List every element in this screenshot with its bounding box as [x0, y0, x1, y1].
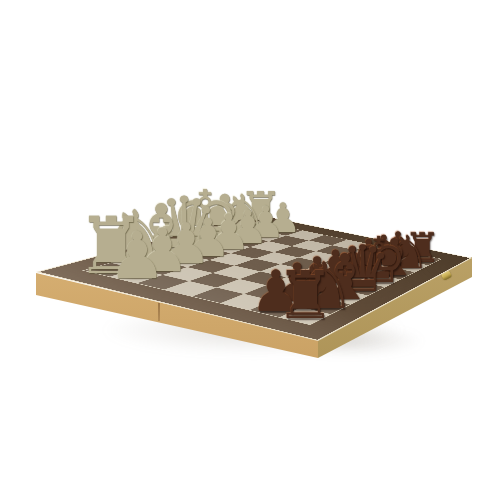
piece-shadow	[251, 223, 272, 228]
piece-shadow	[189, 237, 221, 245]
piece-shadow	[399, 263, 418, 268]
piece-white-pawn-g2: ♟	[247, 202, 286, 245]
piece-shadow	[212, 232, 238, 239]
piece-black-pawn-g7: ♟	[367, 231, 401, 268]
piece-shadow	[349, 284, 376, 291]
piece-shadow	[344, 271, 362, 276]
piece-shadow	[168, 243, 200, 252]
piece-white-knight-g1: ♞	[219, 187, 269, 243]
piece-shadow	[291, 311, 319, 318]
piece-black-pawn-d7: ♟	[315, 246, 356, 292]
piece-black-king-e8: ♚	[351, 230, 408, 293]
piece-shadow	[124, 271, 151, 278]
piece-white-king-e1: ♚	[171, 181, 240, 258]
piece-white-queen-d1: ♛	[149, 187, 218, 264]
piece-shadow	[414, 256, 431, 260]
piece-shadow	[197, 250, 219, 256]
piece-shadow	[174, 257, 197, 263]
piece-white-pawn-d2: ♟	[185, 212, 232, 264]
piece-black-pawn-b7: ♟	[273, 257, 320, 310]
piece-white-rook-h1: ♜	[239, 187, 284, 237]
piece-shadow	[150, 264, 175, 271]
piece-white-bishop-f1: ♝	[197, 187, 253, 249]
piece-white-bishop-c1: ♝	[128, 195, 196, 270]
piece-shadow	[312, 301, 339, 308]
piece-black-pawn-c7: ♟	[295, 251, 339, 300]
piece-white-knight-b1: ♞	[103, 200, 172, 277]
piece-black-pawn-e7: ♟	[334, 240, 372, 283]
piece-shadow	[257, 233, 275, 238]
piece-shadow	[376, 258, 392, 262]
piece-black-knight-g8: ♞	[388, 230, 429, 275]
piece-white-pawn-e2: ♟	[207, 208, 251, 257]
piece-white-pawn-h2: ♟	[265, 198, 301, 239]
piece-shadow	[232, 227, 255, 233]
piece-black-pawn-a7: ♟	[250, 263, 301, 320]
piece-shadow	[366, 276, 393, 283]
pieces-layer: ♜♞♝♛♚♝♞♜♟♟♟♟♟♟♟♟♟♟♟♟♟♟♟♟♜♞♝♛♚♝♞♜	[0, 0, 500, 500]
piece-shadow	[274, 228, 291, 232]
piece-shadow	[218, 244, 239, 249]
piece-black-rook-h8: ♜	[404, 227, 440, 268]
piece-white-pawn-a2: ♟	[108, 224, 166, 289]
piece-shadow	[286, 295, 308, 301]
piece-shadow	[238, 238, 257, 243]
piece-shadow	[326, 279, 345, 284]
piece-black-bishop-c8: ♝	[317, 246, 373, 309]
piece-shadow	[95, 264, 128, 273]
piece-shadow	[121, 257, 153, 265]
piece-shadow	[332, 292, 358, 299]
piece-black-pawn-h7: ♟	[382, 226, 414, 261]
chess-set-product-photo: ♜♞♝♛♚♝♞♜♟♟♟♟♟♟♟♟♟♟♟♟♟♟♟♟♜♞♝♛♚♝♞♜	[0, 0, 500, 500]
piece-white-pawn-b2: ♟	[136, 220, 190, 280]
piece-black-queen-d8: ♛	[334, 237, 392, 301]
piece-white-pawn-c2: ♟	[161, 216, 211, 272]
piece-shadow	[360, 264, 377, 268]
piece-shadow	[384, 269, 405, 275]
piece-black-pawn-f7: ♟	[351, 236, 387, 276]
piece-black-knight-b8: ♞	[297, 254, 355, 319]
piece-shadow	[264, 304, 288, 310]
piece-black-bishop-f8: ♝	[371, 232, 417, 283]
piece-white-rook-a1: ♜	[76, 207, 146, 286]
piece-shadow	[145, 250, 177, 258]
piece-white-pawn-f2: ♟	[227, 205, 268, 251]
piece-shadow	[307, 287, 328, 292]
piece-black-rook-a8: ♜	[276, 263, 335, 329]
piece-shadow	[391, 252, 406, 256]
